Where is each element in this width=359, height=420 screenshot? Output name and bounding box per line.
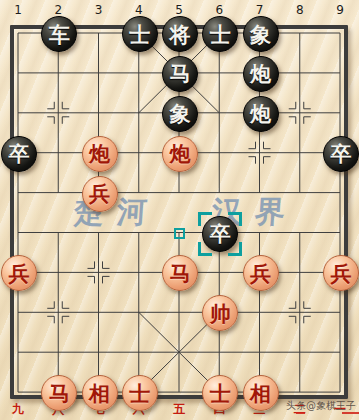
piece-red-advisor[interactable]: 士 (122, 375, 158, 411)
piece-character: 卒 (9, 143, 30, 164)
piece-character: 车 (49, 24, 70, 45)
piece-red-cannon[interactable]: 炮 (82, 136, 118, 172)
xiangqi-board: 123456789 楚河 汉界 车士将士象马炮象炮卒卒卒炮炮兵兵马兵兵帅马相士士… (0, 0, 359, 420)
piece-character: 兵 (9, 263, 30, 284)
piece-black-elephant[interactable]: 象 (162, 96, 198, 132)
watermark-underline (296, 412, 305, 414)
piece-character: 马 (170, 63, 191, 84)
piece-character: 象 (250, 24, 271, 45)
piece-character: 炮 (250, 103, 271, 124)
piece-character: 马 (170, 263, 191, 284)
watermark: 头条@象棋王子 (286, 399, 356, 413)
piece-character: 士 (210, 24, 231, 45)
piece-character: 炮 (89, 143, 110, 164)
piece-red-cannon[interactable]: 炮 (162, 136, 198, 172)
piece-black-advisor[interactable]: 士 (202, 16, 238, 52)
piece-black-soldier[interactable]: 卒 (1, 136, 37, 172)
piece-red-elephant[interactable]: 相 (82, 375, 118, 411)
piece-character: 相 (250, 383, 271, 404)
piece-character: 炮 (250, 63, 271, 84)
piece-character: 相 (89, 383, 110, 404)
piece-character: 士 (210, 383, 231, 404)
watermark-text: 头条@象棋王子 (286, 400, 356, 411)
piece-black-horse[interactable]: 马 (162, 56, 198, 92)
piece-character: 士 (129, 383, 150, 404)
piece-character: 兵 (89, 183, 110, 204)
piece-black-general[interactable]: 将 (162, 16, 198, 52)
piece-character: 卒 (210, 223, 231, 244)
piece-black-cannon[interactable]: 炮 (243, 96, 279, 132)
piece-red-soldier[interactable]: 兵 (82, 176, 118, 212)
piece-red-elephant[interactable]: 相 (243, 375, 279, 411)
piece-character: 卒 (331, 143, 352, 164)
file-label-bottom: 五 (169, 401, 189, 418)
piece-character: 象 (170, 103, 191, 124)
piece-character: 兵 (250, 263, 271, 284)
piece-black-soldier[interactable]: 卒 (202, 216, 238, 252)
piece-black-soldier[interactable]: 卒 (323, 136, 359, 172)
piece-character: 兵 (331, 263, 352, 284)
piece-black-cannon[interactable]: 炮 (243, 56, 279, 92)
file-label-bottom: 九 (8, 401, 28, 418)
bracket-corner (179, 233, 185, 239)
piece-character: 将 (170, 24, 191, 45)
piece-character: 士 (129, 24, 150, 45)
piece-black-advisor[interactable]: 士 (122, 16, 158, 52)
piece-character: 帅 (210, 303, 231, 324)
piece-black-chariot[interactable]: 车 (41, 16, 77, 52)
piece-character: 炮 (170, 143, 191, 164)
piece-character: 马 (49, 383, 70, 404)
piece-black-elephant[interactable]: 象 (243, 16, 279, 52)
piece-red-soldier[interactable]: 兵 (243, 255, 279, 291)
last-move-from-marker (174, 228, 185, 239)
watermark-underline (342, 412, 359, 414)
